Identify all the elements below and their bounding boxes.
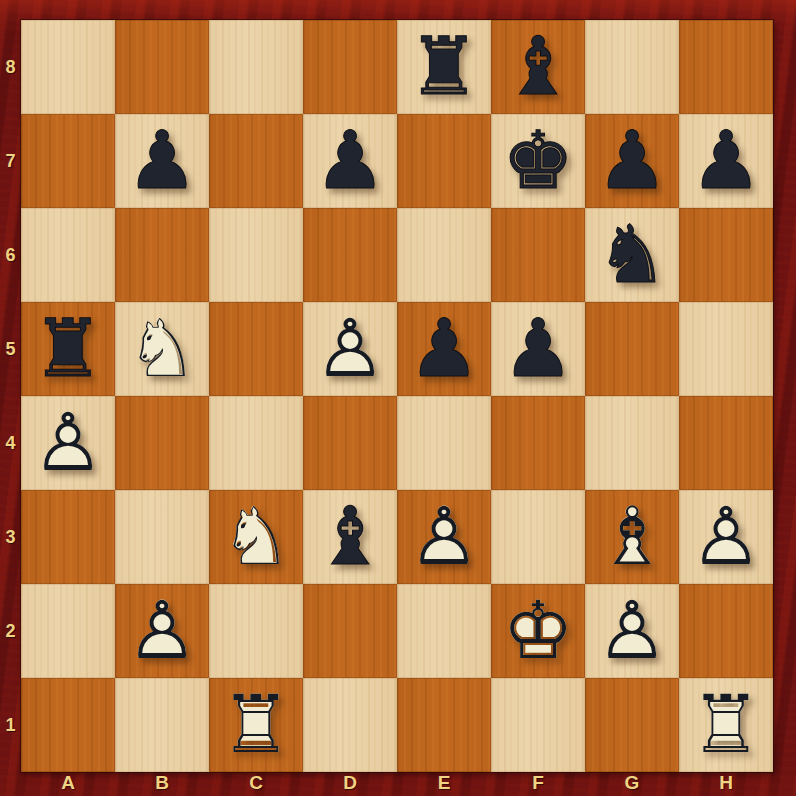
square-e5[interactable]: ♟	[397, 302, 491, 396]
square-c1[interactable]: ♜♖	[209, 678, 303, 772]
square-d1[interactable]	[303, 678, 397, 772]
file-label-g: G	[585, 770, 679, 796]
white-piece-outline: ♙	[21, 396, 115, 490]
white-piece-outline: ♙	[585, 584, 679, 678]
file-label-d: D	[303, 770, 397, 796]
square-f2[interactable]: ♚♔	[491, 584, 585, 678]
white-piece-outline: ♙	[679, 490, 773, 584]
square-e1[interactable]	[397, 678, 491, 772]
square-c6[interactable]	[209, 208, 303, 302]
square-f8[interactable]: ♝	[491, 20, 585, 114]
square-c2[interactable]	[209, 584, 303, 678]
white-piece-outline: ♘	[209, 490, 303, 584]
white-piece-outline: ♔	[491, 584, 585, 678]
square-e8[interactable]: ♜	[397, 20, 491, 114]
white-piece-outline: ♙	[397, 490, 491, 584]
piece-black-king[interactable]: ♚	[491, 114, 585, 208]
square-d3[interactable]: ♝	[303, 490, 397, 584]
file-label-c: C	[209, 770, 303, 796]
square-f1[interactable]	[491, 678, 585, 772]
square-f7[interactable]: ♚	[491, 114, 585, 208]
square-a5[interactable]: ♜	[21, 302, 115, 396]
rank-label-7: 7	[0, 114, 21, 208]
square-h2[interactable]	[679, 584, 773, 678]
square-f5[interactable]: ♟	[491, 302, 585, 396]
piece-black-pawn[interactable]: ♟	[585, 114, 679, 208]
black-piece-fill: ♟	[397, 302, 491, 396]
white-piece-outline: ♙	[115, 584, 209, 678]
square-a7[interactable]	[21, 114, 115, 208]
piece-white-rook[interactable]: ♜♖	[209, 678, 303, 772]
square-f4[interactable]	[491, 396, 585, 490]
square-a4[interactable]: ♟♙	[21, 396, 115, 490]
piece-black-pawn[interactable]: ♟	[491, 302, 585, 396]
rank-label-4: 4	[0, 396, 21, 490]
square-a8[interactable]	[21, 20, 115, 114]
piece-black-knight[interactable]: ♞	[585, 208, 679, 302]
black-piece-fill: ♜	[397, 20, 491, 114]
square-b2[interactable]: ♟♙	[115, 584, 209, 678]
piece-black-rook[interactable]: ♜	[397, 20, 491, 114]
square-e2[interactable]	[397, 584, 491, 678]
square-e6[interactable]	[397, 208, 491, 302]
black-piece-fill: ♟	[115, 114, 209, 208]
white-piece-outline: ♙	[303, 302, 397, 396]
black-piece-fill: ♟	[679, 114, 773, 208]
piece-white-pawn[interactable]: ♟♙	[115, 584, 209, 678]
piece-white-pawn[interactable]: ♟♙	[679, 490, 773, 584]
rank-label-5: 5	[0, 302, 21, 396]
square-g7[interactable]: ♟	[585, 114, 679, 208]
square-d8[interactable]	[303, 20, 397, 114]
square-g3[interactable]: ♝♗	[585, 490, 679, 584]
square-a2[interactable]	[21, 584, 115, 678]
square-f6[interactable]	[491, 208, 585, 302]
square-h3[interactable]: ♟♙	[679, 490, 773, 584]
piece-white-rook[interactable]: ♜♖	[679, 678, 773, 772]
piece-black-pawn[interactable]: ♟	[303, 114, 397, 208]
square-g5[interactable]	[585, 302, 679, 396]
piece-white-knight[interactable]: ♞♘	[209, 490, 303, 584]
black-piece-fill: ♝	[303, 490, 397, 584]
square-a3[interactable]	[21, 490, 115, 584]
rank-label-3: 3	[0, 490, 21, 584]
square-b1[interactable]	[115, 678, 209, 772]
square-h1[interactable]: ♜♖	[679, 678, 773, 772]
black-piece-fill: ♟	[303, 114, 397, 208]
white-piece-outline: ♗	[585, 490, 679, 584]
square-d4[interactable]	[303, 396, 397, 490]
rank-label-8: 8	[0, 20, 21, 114]
white-piece-outline: ♘	[115, 302, 209, 396]
piece-white-bishop[interactable]: ♝♗	[585, 490, 679, 584]
rank-label-1: 1	[0, 678, 21, 772]
piece-white-pawn[interactable]: ♟♙	[21, 396, 115, 490]
square-d2[interactable]	[303, 584, 397, 678]
square-g2[interactable]: ♟♙	[585, 584, 679, 678]
square-g8[interactable]	[585, 20, 679, 114]
square-c4[interactable]	[209, 396, 303, 490]
piece-white-pawn[interactable]: ♟♙	[397, 490, 491, 584]
black-piece-fill: ♟	[585, 114, 679, 208]
white-piece-outline: ♖	[679, 678, 773, 772]
square-h4[interactable]	[679, 396, 773, 490]
square-e7[interactable]	[397, 114, 491, 208]
square-b6[interactable]	[115, 208, 209, 302]
file-label-e: E	[397, 770, 491, 796]
piece-white-knight[interactable]: ♞♘	[115, 302, 209, 396]
chess-board: ♜♝♟♟♚♟♟♞♜♞♘♟♙♟♟♟♙♞♘♝♟♙♝♗♟♙♟♙♚♔♟♙♜♖♜♖	[21, 20, 773, 772]
square-g4[interactable]	[585, 396, 679, 490]
black-piece-fill: ♟	[491, 302, 585, 396]
square-c3[interactable]: ♞♘	[209, 490, 303, 584]
square-d7[interactable]: ♟	[303, 114, 397, 208]
black-piece-fill: ♝	[491, 20, 585, 114]
rank-label-6: 6	[0, 208, 21, 302]
piece-black-bishop[interactable]: ♝	[491, 20, 585, 114]
piece-black-pawn[interactable]: ♟	[679, 114, 773, 208]
square-h7[interactable]: ♟	[679, 114, 773, 208]
square-b5[interactable]: ♞♘	[115, 302, 209, 396]
square-h6[interactable]	[679, 208, 773, 302]
square-a6[interactable]	[21, 208, 115, 302]
square-b7[interactable]: ♟	[115, 114, 209, 208]
square-h8[interactable]	[679, 20, 773, 114]
white-piece-outline: ♖	[209, 678, 303, 772]
chess-diagram: ♜♝♟♟♚♟♟♞♜♞♘♟♙♟♟♟♙♞♘♝♟♙♝♗♟♙♟♙♚♔♟♙♜♖♜♖ 876…	[0, 0, 796, 796]
file-label-f: F	[491, 770, 585, 796]
square-d6[interactable]	[303, 208, 397, 302]
piece-black-pawn[interactable]: ♟	[397, 302, 491, 396]
piece-white-pawn[interactable]: ♟♙	[303, 302, 397, 396]
rank-label-2: 2	[0, 584, 21, 678]
square-e4[interactable]	[397, 396, 491, 490]
square-g1[interactable]	[585, 678, 679, 772]
file-label-b: B	[115, 770, 209, 796]
square-d5[interactable]: ♟♙	[303, 302, 397, 396]
square-f3[interactable]	[491, 490, 585, 584]
square-b3[interactable]	[115, 490, 209, 584]
square-b4[interactable]	[115, 396, 209, 490]
file-label-h: H	[679, 770, 773, 796]
square-c5[interactable]	[209, 302, 303, 396]
square-a1[interactable]	[21, 678, 115, 772]
square-h5[interactable]	[679, 302, 773, 396]
square-e3[interactable]: ♟♙	[397, 490, 491, 584]
piece-white-king[interactable]: ♚♔	[491, 584, 585, 678]
piece-black-rook[interactable]: ♜	[21, 302, 115, 396]
square-c7[interactable]	[209, 114, 303, 208]
piece-black-pawn[interactable]: ♟	[115, 114, 209, 208]
piece-white-pawn[interactable]: ♟♙	[585, 584, 679, 678]
file-label-a: A	[21, 770, 115, 796]
black-piece-fill: ♞	[585, 208, 679, 302]
black-piece-fill: ♚	[491, 114, 585, 208]
square-b8[interactable]	[115, 20, 209, 114]
square-g6[interactable]: ♞	[585, 208, 679, 302]
black-piece-fill: ♜	[21, 302, 115, 396]
square-c8[interactable]	[209, 20, 303, 114]
piece-black-bishop[interactable]: ♝	[303, 490, 397, 584]
